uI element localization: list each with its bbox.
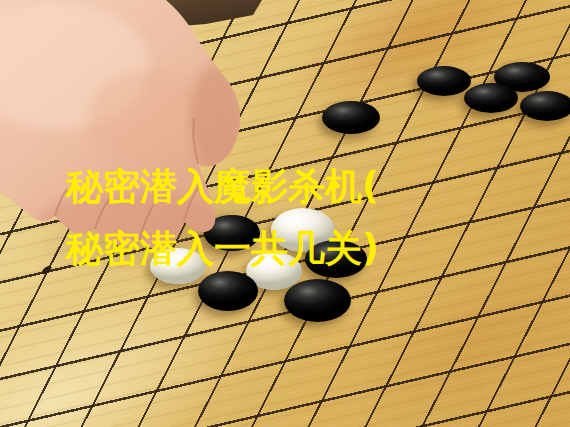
black-stone — [284, 279, 351, 322]
black-stone — [322, 101, 380, 134]
black-stone — [417, 66, 471, 96]
hand-placing-stone — [0, 0, 252, 258]
black-stone — [464, 83, 518, 113]
go-board-photo: 秘密潜入魔影杀机( 秘密潜入一共几关) — [0, 0, 570, 427]
thumb-shading — [190, 64, 242, 172]
black-stone — [520, 91, 570, 121]
black-stone — [198, 271, 258, 311]
caption-line-2: 秘密潜入一共几关) — [66, 230, 379, 267]
caption-line-1: 秘密潜入魔影杀机( — [66, 168, 379, 205]
